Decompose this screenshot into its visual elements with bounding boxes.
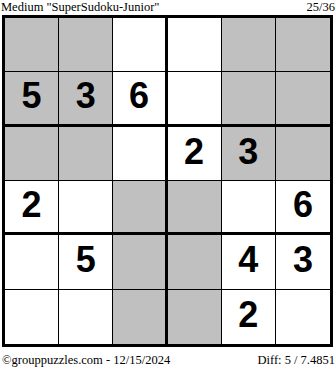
- cell-r1c5[interactable]: [222, 18, 276, 72]
- cell-r5c1[interactable]: [5, 235, 59, 289]
- cell-r4c6[interactable]: 6: [276, 181, 330, 235]
- cell-r1c4[interactable]: [168, 18, 222, 72]
- puzzle-page: Medium "SuperSudoku-Junior" 25/36 536232…: [0, 0, 336, 370]
- cell-r3c6[interactable]: [276, 127, 330, 181]
- cell-r6c6[interactable]: [276, 290, 330, 344]
- cell-r2c2[interactable]: 3: [59, 72, 113, 126]
- difficulty-text: Diff: 5 / 7.4851: [257, 353, 335, 367]
- cell-r4c5[interactable]: [222, 181, 276, 235]
- cell-r2c1[interactable]: 5: [5, 72, 59, 126]
- cell-r5c3[interactable]: [113, 235, 167, 289]
- cell-r6c1[interactable]: [5, 290, 59, 344]
- cell-r3c4[interactable]: 2: [168, 127, 222, 181]
- cell-r3c3[interactable]: [113, 127, 167, 181]
- cell-r1c2[interactable]: [59, 18, 113, 72]
- cell-r1c1[interactable]: [5, 18, 59, 72]
- cell-r3c2[interactable]: [59, 127, 113, 181]
- cell-r6c2[interactable]: [59, 290, 113, 344]
- cell-r3c5[interactable]: 3: [222, 127, 276, 181]
- copyright-text: ©grouppuzzles.com - 12/15/2024: [2, 353, 170, 367]
- cell-r2c5[interactable]: [222, 72, 276, 126]
- cell-r5c2[interactable]: 5: [59, 235, 113, 289]
- cell-r5c5[interactable]: 4: [222, 235, 276, 289]
- progress-counter: 25/36: [307, 0, 335, 14]
- cell-r1c6[interactable]: [276, 18, 330, 72]
- cell-r5c6[interactable]: 3: [276, 235, 330, 289]
- cell-r4c1[interactable]: 2: [5, 181, 59, 235]
- cell-r4c2[interactable]: [59, 181, 113, 235]
- cell-r4c4[interactable]: [168, 181, 222, 235]
- cell-r4c3[interactable]: [113, 181, 167, 235]
- cell-r2c6[interactable]: [276, 72, 330, 126]
- cell-r1c3[interactable]: [113, 18, 167, 72]
- cell-r6c3[interactable]: [113, 290, 167, 344]
- cell-r6c5[interactable]: 2: [222, 290, 276, 344]
- cell-r2c3[interactable]: 6: [113, 72, 167, 126]
- cell-r5c4[interactable]: [168, 235, 222, 289]
- cell-r6c4[interactable]: [168, 290, 222, 344]
- puzzle-title: Medium "SuperSudoku-Junior": [1, 0, 159, 14]
- sudoku-grid: 53623265432: [2, 15, 333, 347]
- cell-r2c4[interactable]: [168, 72, 222, 126]
- cell-r3c1[interactable]: [5, 127, 59, 181]
